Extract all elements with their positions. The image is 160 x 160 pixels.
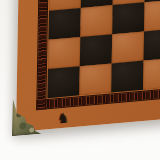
square-a3: [48, 8, 80, 40]
square-a1: [47, 66, 79, 98]
square-b1: [79, 63, 111, 95]
chessboard: ♞: [16, 0, 160, 132]
square-d2: [144, 29, 160, 61]
square-c2: [112, 31, 144, 63]
chessboard-grid: [47, 0, 160, 98]
photo-background: ♞: [0, 0, 160, 160]
square-b2: [80, 34, 112, 66]
square-c1: [111, 61, 143, 93]
square-c3: [112, 2, 144, 34]
square-a2: [48, 37, 80, 69]
square-d1: [143, 58, 160, 90]
square-d3: [144, 0, 160, 31]
knight-stamp-icon: ♞: [55, 110, 71, 127]
square-b3: [80, 5, 112, 37]
